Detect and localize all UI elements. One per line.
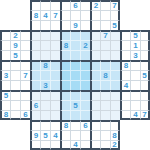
cell-r1c4-given-4[interactable]: 4: [40, 10, 50, 20]
cell-r1c8[interactable]: [80, 10, 90, 20]
cell-r9c8[interactable]: [80, 90, 90, 100]
cell-r5c8[interactable]: [80, 50, 90, 60]
cell-r3c8[interactable]: [80, 30, 90, 40]
cell-r0c5[interactable]: [50, 0, 60, 10]
cell-r10c6[interactable]: [60, 100, 70, 110]
cell-r9c4[interactable]: [40, 90, 50, 100]
cell-r8c0[interactable]: [0, 80, 10, 90]
cell-r9c13[interactable]: [130, 90, 140, 100]
cell-r2c3[interactable]: [30, 20, 40, 30]
cell-r4c0[interactable]: [0, 40, 10, 50]
cell-r11c9[interactable]: [90, 110, 100, 120]
cell-r4c12[interactable]: [120, 40, 130, 50]
cell-r3c2[interactable]: [20, 30, 30, 40]
cell-r13c8[interactable]: [80, 130, 90, 140]
cell-r11c0-given-8[interactable]: 8: [0, 110, 10, 120]
cell-r12c7[interactable]: [70, 120, 80, 130]
cell-r6c12-given-8[interactable]: 8: [120, 60, 130, 70]
cell-r2c4[interactable]: [40, 20, 50, 30]
cell-r7c8[interactable]: [80, 70, 90, 80]
cell-r3c14[interactable]: [140, 30, 150, 40]
cell-r6c10[interactable]: [100, 60, 110, 70]
cell-r5c4[interactable]: [40, 50, 50, 60]
cell-r4c3[interactable]: [30, 40, 40, 50]
cell-r11c5[interactable]: [50, 110, 60, 120]
cell-r14c10[interactable]: [100, 140, 110, 150]
void-corner: [20, 20, 30, 30]
cell-r9c9[interactable]: [90, 90, 100, 100]
void-corner: [0, 120, 10, 130]
cell-r11c8[interactable]: [80, 110, 90, 120]
cell-r2c6[interactable]: [60, 20, 70, 30]
void-corner: [120, 140, 130, 150]
cell-r5c11[interactable]: [110, 50, 120, 60]
void-corner: [0, 20, 10, 30]
void-corner: [120, 20, 130, 30]
cell-r4c7[interactable]: [70, 40, 80, 50]
cell-r7c12[interactable]: [120, 70, 130, 80]
void-corner: [120, 120, 130, 130]
cell-r3c12[interactable]: [120, 30, 130, 40]
cell-r11c6[interactable]: [60, 110, 70, 120]
cell-r6c11[interactable]: [110, 60, 120, 70]
void-corner: [20, 10, 30, 20]
cell-r9c14[interactable]: [140, 90, 150, 100]
cell-r4c10[interactable]: [100, 40, 110, 50]
cell-r5c9[interactable]: [90, 50, 100, 60]
cell-r5c5[interactable]: [50, 50, 60, 60]
cell-r3c6[interactable]: [60, 30, 70, 40]
cell-r5c7[interactable]: [70, 50, 80, 60]
cell-r6c4-given-8[interactable]: 8: [40, 60, 50, 70]
void-corner: [20, 120, 30, 130]
cell-r10c1[interactable]: [10, 100, 20, 110]
cell-r1c5-given-7[interactable]: 7: [50, 10, 60, 20]
cell-r1c9[interactable]: [90, 10, 100, 20]
cell-r11c11[interactable]: [110, 110, 120, 120]
cell-r3c1-given-2[interactable]: 2: [10, 30, 20, 40]
cell-r0c4[interactable]: [40, 0, 50, 10]
cell-r12c6-given-8[interactable]: 8: [60, 120, 70, 130]
cell-r8c10[interactable]: [100, 80, 110, 90]
cell-r8c11[interactable]: [110, 80, 120, 90]
cell-r13c9[interactable]: [90, 130, 100, 140]
cell-r7c14-given-5[interactable]: 5: [140, 70, 150, 80]
cell-r3c5[interactable]: [50, 30, 60, 40]
void-corner: [120, 130, 130, 140]
cell-r2c11-given-5[interactable]: 5: [110, 20, 120, 30]
cell-r3c4[interactable]: [40, 30, 50, 40]
cell-r10c11[interactable]: [110, 100, 120, 110]
cell-r7c1[interactable]: [10, 70, 20, 80]
void-corner: [140, 20, 150, 30]
cell-r2c9[interactable]: [90, 20, 100, 30]
cell-r7c5[interactable]: [50, 70, 60, 80]
cell-r0c10[interactable]: [100, 0, 110, 10]
void-corner: [130, 140, 140, 150]
cell-r12c3[interactable]: [30, 120, 40, 130]
cell-r14c11-given-2[interactable]: 2: [110, 140, 120, 150]
cell-r11c7[interactable]: [70, 110, 80, 120]
cell-r7c0-given-3[interactable]: 3: [0, 70, 10, 80]
cell-r4c2[interactable]: [20, 40, 30, 50]
void-corner: [140, 130, 150, 140]
cell-r8c14[interactable]: [140, 80, 150, 90]
void-corner: [0, 0, 10, 10]
cell-r3c11[interactable]: [110, 30, 120, 40]
void-corner: [20, 140, 30, 150]
void-corner: [0, 130, 10, 140]
cell-r10c9[interactable]: [90, 100, 100, 110]
void-corner: [20, 0, 30, 10]
cell-r1c3-given-8[interactable]: 8: [30, 10, 40, 20]
void-corner: [140, 0, 150, 10]
cell-r8c3[interactable]: [30, 80, 40, 90]
cell-r13c5-given-4[interactable]: 4: [50, 130, 60, 140]
void-corner: [130, 20, 140, 30]
cell-r6c0[interactable]: [0, 60, 10, 70]
cell-r4c1-given-9[interactable]: 9: [10, 40, 20, 50]
cell-r9c3[interactable]: [30, 90, 40, 100]
void-corner: [10, 10, 20, 20]
void-corner: [130, 10, 140, 20]
cell-r7c11[interactable]: [110, 70, 120, 80]
cell-r7c4[interactable]: [40, 70, 50, 80]
cell-r10c8[interactable]: [80, 100, 90, 110]
void-corner: [0, 140, 10, 150]
cell-r9c0-given-5[interactable]: 5: [0, 90, 10, 100]
cell-r3c9[interactable]: [90, 30, 100, 40]
cell-r5c6[interactable]: [60, 50, 70, 60]
cell-r7c2-given-7[interactable]: 7: [20, 70, 30, 80]
cell-r11c1[interactable]: [10, 110, 20, 120]
cell-r12c5[interactable]: [50, 120, 60, 130]
cell-r6c14[interactable]: [140, 60, 150, 70]
cell-r8c12-given-4[interactable]: 4: [120, 80, 130, 90]
cell-r10c0[interactable]: [0, 100, 10, 110]
void-corner: [120, 0, 130, 10]
cell-r14c6[interactable]: [60, 140, 70, 150]
cell-r8c4-given-3[interactable]: 3: [40, 80, 50, 90]
cell-r9c7[interactable]: [70, 90, 80, 100]
cell-r7c13[interactable]: [130, 70, 140, 80]
flower-sudoku-board: 6278479527598215388378534565864786954842: [0, 0, 150, 150]
void-corner: [10, 130, 20, 140]
cell-r12c8-given-6[interactable]: 6: [80, 120, 90, 130]
cell-r8c8[interactable]: [80, 80, 90, 90]
cell-r9c6[interactable]: [60, 90, 70, 100]
cell-r10c12[interactable]: [120, 100, 130, 110]
cell-r9c2[interactable]: [20, 90, 30, 100]
cell-r14c8[interactable]: [80, 140, 90, 150]
cell-r9c11[interactable]: [110, 90, 120, 100]
cell-r13c10[interactable]: [100, 130, 110, 140]
cell-r10c5[interactable]: [50, 100, 60, 110]
cell-r11c12[interactable]: [120, 110, 130, 120]
cell-r9c1[interactable]: [10, 90, 20, 100]
cell-r3c7[interactable]: [70, 30, 80, 40]
cell-r14c3[interactable]: [30, 140, 40, 150]
cell-r4c8-given-2[interactable]: 2: [80, 40, 90, 50]
void-corner: [130, 120, 140, 130]
cell-r12c4[interactable]: [40, 120, 50, 130]
cell-r4c6-given-8[interactable]: 8: [60, 40, 70, 50]
void-corner: [140, 140, 150, 150]
cell-r10c13[interactable]: [130, 100, 140, 110]
cell-r8c6[interactable]: [60, 80, 70, 90]
cell-r14c5[interactable]: [50, 140, 60, 150]
cell-r1c11[interactable]: [110, 10, 120, 20]
cell-r10c14[interactable]: [140, 100, 150, 110]
void-corner: [140, 120, 150, 130]
cell-r8c1[interactable]: [10, 80, 20, 90]
cell-r11c13-given-4[interactable]: 4: [130, 110, 140, 120]
cell-r6c7[interactable]: [70, 60, 80, 70]
cell-r10c10[interactable]: [100, 100, 110, 110]
cell-r12c9[interactable]: [90, 120, 100, 130]
cell-r0c3[interactable]: [30, 0, 40, 10]
cell-r5c12[interactable]: [120, 50, 130, 60]
cell-r10c4[interactable]: [40, 100, 50, 110]
cell-r5c0[interactable]: [0, 50, 10, 60]
cell-r0c8[interactable]: [80, 0, 90, 10]
cell-r8c9[interactable]: [90, 80, 100, 90]
cell-r5c14[interactable]: [140, 50, 150, 60]
cell-r9c5[interactable]: [50, 90, 60, 100]
cell-r12c10[interactable]: [100, 120, 110, 130]
cell-r8c13[interactable]: [130, 80, 140, 90]
cell-r7c7[interactable]: [70, 70, 80, 80]
cell-r13c6[interactable]: [60, 130, 70, 140]
cell-r13c3-given-9[interactable]: 9: [30, 130, 40, 140]
cell-r12c11[interactable]: [110, 120, 120, 130]
void-corner: [120, 10, 130, 20]
cell-r3c3[interactable]: [30, 30, 40, 40]
cell-r13c7[interactable]: [70, 130, 80, 140]
cell-r11c14-given-7[interactable]: 7: [140, 110, 150, 120]
void-corner: [10, 20, 20, 30]
cell-r6c8[interactable]: [80, 60, 90, 70]
cell-r13c4-given-5[interactable]: 5: [40, 130, 50, 140]
cell-r8c5[interactable]: [50, 80, 60, 90]
cell-r14c7-given-4[interactable]: 4: [70, 140, 80, 150]
cell-r8c7[interactable]: [70, 80, 80, 90]
cell-r11c10[interactable]: [100, 110, 110, 120]
cell-r1c6[interactable]: [60, 10, 70, 20]
cell-r8c2[interactable]: [20, 80, 30, 90]
cell-r9c12[interactable]: [120, 90, 130, 100]
cell-r7c9[interactable]: [90, 70, 100, 80]
cell-r4c9[interactable]: [90, 40, 100, 50]
cell-r2c10[interactable]: [100, 20, 110, 30]
cell-r4c4[interactable]: [40, 40, 50, 50]
cell-r5c10[interactable]: [100, 50, 110, 60]
cell-r5c2[interactable]: [20, 50, 30, 60]
cell-r10c3-given-6[interactable]: 6: [30, 100, 40, 110]
cell-r1c10[interactable]: [100, 10, 110, 20]
cell-r2c8[interactable]: [80, 20, 90, 30]
void-corner: [10, 120, 20, 130]
cell-r14c9[interactable]: [90, 140, 100, 150]
void-corner: [140, 10, 150, 20]
cell-r6c9[interactable]: [90, 60, 100, 70]
cell-r7c6[interactable]: [60, 70, 70, 80]
cell-r6c3[interactable]: [30, 60, 40, 70]
cell-r6c1[interactable]: [10, 60, 20, 70]
void-corner: [130, 130, 140, 140]
cell-r11c4[interactable]: [40, 110, 50, 120]
cell-r3c0[interactable]: [0, 30, 10, 40]
cell-r1c7[interactable]: [70, 10, 80, 20]
cell-r10c2[interactable]: [20, 100, 30, 110]
cell-r5c3[interactable]: [30, 50, 40, 60]
cell-r0c11-given-7[interactable]: 7: [110, 0, 120, 10]
cell-r7c10-given-8[interactable]: 8: [100, 70, 110, 80]
cell-r11c2-given-6[interactable]: 6: [20, 110, 30, 120]
cell-r3c13-given-5[interactable]: 5: [130, 30, 140, 40]
cell-r4c5[interactable]: [50, 40, 60, 50]
cell-r2c7-given-9[interactable]: 9: [70, 20, 80, 30]
cell-r11c3[interactable]: [30, 110, 40, 120]
cell-r5c13-given-3[interactable]: 3: [130, 50, 140, 60]
cell-r10c7-given-5[interactable]: 5: [70, 100, 80, 110]
void-corner: [20, 130, 30, 140]
void-corner: [10, 0, 20, 10]
void-corner: [130, 0, 140, 10]
cell-r13c11-given-8[interactable]: 8: [110, 130, 120, 140]
cell-r7c3[interactable]: [30, 70, 40, 80]
void-corner: [0, 10, 10, 20]
cell-r6c5[interactable]: [50, 60, 60, 70]
cell-r3c10-given-7[interactable]: 7: [100, 30, 110, 40]
cell-r4c14[interactable]: [140, 40, 150, 50]
cell-r2c5[interactable]: [50, 20, 60, 30]
cell-r6c13[interactable]: [130, 60, 140, 70]
cell-r6c6[interactable]: [60, 60, 70, 70]
void-corner: [10, 140, 20, 150]
cell-r4c11[interactable]: [110, 40, 120, 50]
cell-r9c10[interactable]: [100, 90, 110, 100]
cell-r5c1-given-5[interactable]: 5: [10, 50, 20, 60]
cell-r0c6[interactable]: [60, 0, 70, 10]
cell-r6c2[interactable]: [20, 60, 30, 70]
cell-r0c9-given-2[interactable]: 2: [90, 0, 100, 10]
cell-r14c4[interactable]: [40, 140, 50, 150]
cell-r0c7-given-6[interactable]: 6: [70, 0, 80, 10]
cell-r4c13-given-1[interactable]: 1: [130, 40, 140, 50]
